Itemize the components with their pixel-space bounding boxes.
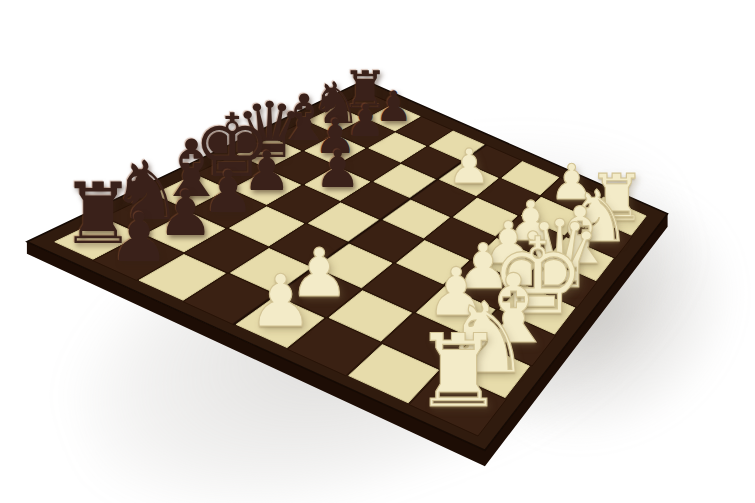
chess-board (0, 0, 755, 503)
chocolate-chess-photo: ♜♟♞♟♝♟♛♚♟♟♟♝♟♟♞♜♟♞♟♜♟♝♟♛♟♟♚♟♟♝♞♜ (0, 0, 755, 503)
